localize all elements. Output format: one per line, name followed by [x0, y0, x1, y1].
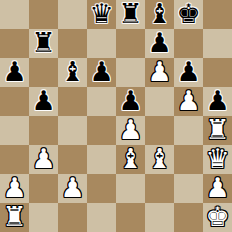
- square-d4[interactable]: [87, 116, 116, 145]
- white-bishop: ♝: [118, 145, 142, 173]
- square-b1[interactable]: [29, 203, 58, 232]
- square-h3[interactable]: ♛: [203, 145, 232, 174]
- square-b8[interactable]: [29, 0, 58, 29]
- square-h2[interactable]: ♟: [203, 174, 232, 203]
- square-g7[interactable]: [174, 29, 203, 58]
- square-c1[interactable]: [58, 203, 87, 232]
- square-h8[interactable]: [203, 0, 232, 29]
- square-d3[interactable]: [87, 145, 116, 174]
- white-queen: ♛: [205, 145, 229, 173]
- black-pawn: ♟: [2, 58, 26, 86]
- white-pawn: ♟: [31, 145, 55, 173]
- black-bishop: ♝: [147, 0, 171, 28]
- square-d5[interactable]: [87, 87, 116, 116]
- square-g1[interactable]: [174, 203, 203, 232]
- black-pawn: ♟: [176, 58, 200, 86]
- square-d7[interactable]: [87, 29, 116, 58]
- square-a4[interactable]: [0, 116, 29, 145]
- square-f7[interactable]: ♟: [145, 29, 174, 58]
- square-e3[interactable]: ♝: [116, 145, 145, 174]
- square-d2[interactable]: [87, 174, 116, 203]
- square-f4[interactable]: [145, 116, 174, 145]
- square-c6[interactable]: ♝: [58, 58, 87, 87]
- square-e1[interactable]: [116, 203, 145, 232]
- square-c7[interactable]: [58, 29, 87, 58]
- square-e7[interactable]: [116, 29, 145, 58]
- square-g8[interactable]: ♚: [174, 0, 203, 29]
- black-king: ♚: [176, 0, 200, 28]
- square-a3[interactable]: [0, 145, 29, 174]
- square-d6[interactable]: ♟: [87, 58, 116, 87]
- white-pawn: ♟: [60, 174, 84, 202]
- square-b4[interactable]: [29, 116, 58, 145]
- white-pawn: ♟: [2, 174, 26, 202]
- square-g4[interactable]: [174, 116, 203, 145]
- square-g6[interactable]: ♟: [174, 58, 203, 87]
- square-b7[interactable]: ♜: [29, 29, 58, 58]
- square-d1[interactable]: [87, 203, 116, 232]
- black-pawn: ♟: [89, 58, 113, 86]
- square-g5[interactable]: ♟: [174, 87, 203, 116]
- square-c8[interactable]: [58, 0, 87, 29]
- square-h1[interactable]: ♚: [203, 203, 232, 232]
- square-e8[interactable]: ♜: [116, 0, 145, 29]
- square-a5[interactable]: [0, 87, 29, 116]
- square-a1[interactable]: ♜: [0, 203, 29, 232]
- white-rook: ♜: [2, 203, 26, 231]
- square-f5[interactable]: [145, 87, 174, 116]
- square-b3[interactable]: ♟: [29, 145, 58, 174]
- square-a6[interactable]: ♟: [0, 58, 29, 87]
- square-e4[interactable]: ♟: [116, 116, 145, 145]
- chess-board: ♛♜♝♚♜♟♟♝♟♟♟♟♟♟♟♟♜♟♝♝♛♟♟♟♜♚: [0, 0, 232, 232]
- square-d8[interactable]: ♛: [87, 0, 116, 29]
- square-b2[interactable]: [29, 174, 58, 203]
- white-pawn: ♟: [176, 87, 200, 115]
- square-f6[interactable]: ♟: [145, 58, 174, 87]
- square-c2[interactable]: ♟: [58, 174, 87, 203]
- square-e2[interactable]: [116, 174, 145, 203]
- square-g3[interactable]: [174, 145, 203, 174]
- black-pawn: ♟: [205, 87, 229, 115]
- square-e5[interactable]: ♟: [116, 87, 145, 116]
- square-h7[interactable]: [203, 29, 232, 58]
- square-b5[interactable]: ♟: [29, 87, 58, 116]
- square-e6[interactable]: [116, 58, 145, 87]
- black-queen: ♛: [89, 0, 113, 28]
- square-h6[interactable]: [203, 58, 232, 87]
- black-rook: ♜: [31, 29, 55, 57]
- square-c5[interactable]: [58, 87, 87, 116]
- black-bishop: ♝: [60, 58, 84, 86]
- square-a7[interactable]: [0, 29, 29, 58]
- black-rook: ♜: [118, 0, 142, 28]
- square-h4[interactable]: ♜: [203, 116, 232, 145]
- black-pawn: ♟: [118, 87, 142, 115]
- square-f8[interactable]: ♝: [145, 0, 174, 29]
- square-c4[interactable]: [58, 116, 87, 145]
- white-rook: ♜: [205, 116, 229, 144]
- white-pawn: ♟: [118, 116, 142, 144]
- square-f3[interactable]: ♝: [145, 145, 174, 174]
- square-c3[interactable]: [58, 145, 87, 174]
- square-f2[interactable]: [145, 174, 174, 203]
- white-king: ♚: [205, 203, 229, 231]
- square-a2[interactable]: ♟: [0, 174, 29, 203]
- white-pawn: ♟: [205, 174, 229, 202]
- white-pawn: ♟: [147, 58, 171, 86]
- square-g2[interactable]: [174, 174, 203, 203]
- square-f1[interactable]: [145, 203, 174, 232]
- square-a8[interactable]: [0, 0, 29, 29]
- black-pawn: ♟: [147, 29, 171, 57]
- black-pawn: ♟: [31, 87, 55, 115]
- square-b6[interactable]: [29, 58, 58, 87]
- white-bishop: ♝: [147, 145, 171, 173]
- square-h5[interactable]: ♟: [203, 87, 232, 116]
